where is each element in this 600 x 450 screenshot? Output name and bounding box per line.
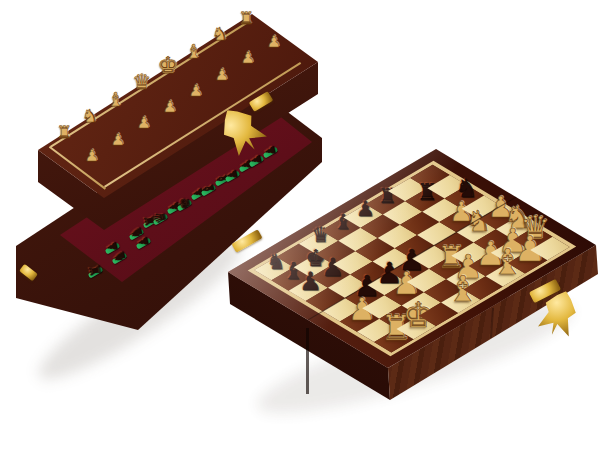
piece-glyph: ♟ bbox=[111, 132, 125, 148]
piece-glyph: ♜ bbox=[238, 10, 253, 27]
piece-glyph: ♟ bbox=[163, 99, 177, 115]
piece-glyph: ♟ bbox=[215, 67, 229, 83]
piece-glyph: ♟ bbox=[85, 148, 99, 164]
fold-seam-left-face bbox=[306, 328, 309, 394]
piece-glyph: ♛ bbox=[133, 72, 152, 93]
piece-glyph: ♟ bbox=[267, 34, 281, 50]
piece-glyph: ♞ bbox=[82, 107, 98, 125]
piece-glyph: ♟ bbox=[241, 50, 255, 66]
piece-glyph: ♜ bbox=[56, 124, 71, 141]
piece-glyph: ♝ bbox=[185, 41, 202, 60]
piece-glyph: ♚ bbox=[158, 54, 179, 77]
piece-glyph: ♝ bbox=[107, 90, 124, 109]
piece-glyph: ♞ bbox=[212, 26, 228, 44]
piece-glyph: ♟ bbox=[189, 83, 203, 99]
product-photo-scene: ♜♟♟♝♟♟♟♞♛♚♝♟♟♜♞♟ ♜♞♝♛♚♝♞♜♟♟♟♟♟♟♟♟ ♞♛♝♟♜♝… bbox=[0, 0, 600, 450]
piece-glyph: ♟ bbox=[137, 116, 151, 132]
